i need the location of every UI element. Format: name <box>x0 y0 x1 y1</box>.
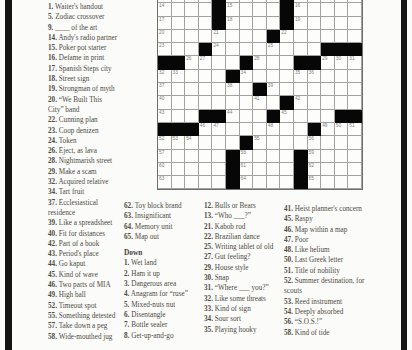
grid-cell[interactable] <box>253 70 267 83</box>
clue-item: 50. Last Greek letter <box>284 255 369 265</box>
grid-cell[interactable] <box>308 83 322 96</box>
clue-item: 42. Part of a book <box>48 239 118 249</box>
grid-cell[interactable] <box>212 83 226 96</box>
clue-number: 19. <box>48 85 57 93</box>
grid-cell[interactable]: 63 <box>158 176 172 189</box>
grid-cell[interactable] <box>212 136 226 149</box>
grid-cell[interactable] <box>240 30 254 43</box>
grid-cell[interactable]: 27 <box>199 56 213 69</box>
grid-cell[interactable] <box>172 96 186 109</box>
grid-cell[interactable]: 48 <box>267 123 281 136</box>
grid-cell[interactable] <box>294 43 308 56</box>
grid-cell[interactable] <box>172 150 186 163</box>
cell-number: 29 <box>322 56 327 61</box>
crossword-grid: 1234567891011121314151617181920212223242… <box>157 0 363 190</box>
clue-item: 8. Get-up-and-go <box>124 331 201 341</box>
grid-cell[interactable] <box>294 123 308 136</box>
grid-cell[interactable]: 28 <box>253 56 267 69</box>
grid-cell[interactable] <box>253 43 267 56</box>
grid-cell[interactable] <box>199 17 213 30</box>
clue-number: 58. <box>284 329 293 337</box>
clue-number: 32. <box>48 178 57 186</box>
grid-cell[interactable]: 57 <box>158 150 172 163</box>
cell-number: 59 <box>309 150 314 155</box>
black-cell <box>348 110 362 123</box>
grid-cell[interactable] <box>212 150 226 163</box>
grid-cell[interactable] <box>280 136 294 149</box>
grid-cell[interactable] <box>253 150 267 163</box>
grid-cell[interactable]: 24 <box>212 43 226 56</box>
grid-cell[interactable] <box>240 110 254 123</box>
clue-number: 4. <box>124 290 129 298</box>
grid-cell[interactable] <box>253 110 267 123</box>
grid-cell[interactable] <box>172 17 186 30</box>
black-cell <box>308 123 322 136</box>
grid-cell[interactable] <box>267 96 281 109</box>
grid-cell[interactable]: 40 <box>158 96 172 109</box>
grid-cell[interactable] <box>267 176 281 189</box>
grid-cell[interactable] <box>280 70 294 83</box>
clue-number: 37. <box>48 199 57 207</box>
grid-cell[interactable]: 46 <box>199 123 213 136</box>
clue-number: 63. <box>124 212 133 220</box>
clue-number: 48. <box>284 246 293 254</box>
grid-cell[interactable] <box>253 3 267 16</box>
grid-cell[interactable] <box>199 30 213 43</box>
clue-number: 65. <box>124 233 133 241</box>
grid-cell[interactable] <box>185 163 199 176</box>
grid-cell[interactable] <box>185 30 199 43</box>
grid-cell[interactable] <box>240 3 254 16</box>
black-cell <box>172 56 186 69</box>
grid-cell[interactable] <box>348 136 362 149</box>
grid-cell[interactable] <box>280 83 294 96</box>
down-clues-col4: 41. Heist planner's concern45. Raspy46. … <box>284 204 369 338</box>
cell-number: 33 <box>173 70 178 75</box>
grid-cell[interactable] <box>294 136 308 149</box>
cell-number: 23 <box>159 43 164 48</box>
grid-cell[interactable] <box>172 43 186 56</box>
grid-cell[interactable]: 50 <box>335 123 349 136</box>
clue-number: 54. <box>284 308 293 316</box>
clue-item: 56. “S.O.S.!” <box>284 317 369 327</box>
clue-number: 26. <box>48 147 57 155</box>
grid-cell[interactable] <box>335 3 349 16</box>
grid-cell[interactable]: 65 <box>308 176 322 189</box>
grid-cell[interactable] <box>335 83 349 96</box>
grid-cell[interactable] <box>348 3 362 16</box>
grid-cell[interactable] <box>185 96 199 109</box>
grid-cell[interactable]: 53 <box>172 136 186 149</box>
grid-cell[interactable] <box>199 163 213 176</box>
grid-cell[interactable] <box>199 136 213 149</box>
grid-cell[interactable] <box>267 56 281 69</box>
grid-cell[interactable] <box>240 83 254 96</box>
grid-cell[interactable] <box>335 96 349 109</box>
grid-cell[interactable] <box>212 70 226 83</box>
clue-number: 40. <box>48 230 57 238</box>
cell-number: 24 <box>213 43 218 48</box>
grid-cell[interactable] <box>280 123 294 136</box>
clue-item: 23. Coop denizen <box>48 126 118 136</box>
clue-item: 63. Insignificant <box>124 211 201 221</box>
grid-cell[interactable] <box>321 150 335 163</box>
cell-number: 43 <box>159 110 164 115</box>
clue-number: 18. <box>48 75 57 83</box>
grid-cell[interactable] <box>308 3 322 16</box>
clue-item: 54. Deeply absorbed <box>284 307 369 317</box>
black-cell <box>158 56 172 69</box>
black-cell <box>280 3 294 16</box>
clue-item: 15. Poker pot starter <box>48 43 118 53</box>
clue-item: 2. Ham it up <box>124 269 201 279</box>
grid-cell[interactable] <box>294 110 308 123</box>
clue-number: 30. <box>204 274 213 282</box>
grid-cell[interactable]: 17 <box>158 17 172 30</box>
grid-cell[interactable] <box>348 96 362 109</box>
cell-number: 58 <box>241 150 246 155</box>
grid-cell[interactable] <box>172 83 186 96</box>
clue-number: 7. <box>124 321 129 329</box>
cell-number: 62 <box>309 163 314 168</box>
grid-cell[interactable] <box>321 96 335 109</box>
clue-item: 12. Bulls or Bears <box>204 201 275 211</box>
clue-item: 5. Zodiac crossover <box>48 12 118 22</box>
grid-cell[interactable] <box>321 176 335 189</box>
grid-cell[interactable] <box>280 176 294 189</box>
clue-item: 45. Raspy <box>284 214 369 224</box>
grid-cell[interactable] <box>348 17 362 30</box>
clue-number: 17. <box>48 65 57 73</box>
black-cell <box>294 150 308 163</box>
grid-cell[interactable] <box>267 3 281 16</box>
grid-cell[interactable] <box>335 17 349 30</box>
clue-item: 16. Defame in print <box>48 53 118 63</box>
grid-cell[interactable] <box>253 163 267 176</box>
grid-cell[interactable] <box>321 17 335 30</box>
grid-cell[interactable] <box>321 163 335 176</box>
grid-cell[interactable] <box>226 43 240 56</box>
grid-cell[interactable] <box>335 150 349 163</box>
clue-number: 20. <box>48 96 57 104</box>
clue-number: 62. <box>124 202 133 210</box>
clue-number: 9. <box>48 24 53 32</box>
grid-cell[interactable] <box>348 83 362 96</box>
clue-number: 35. <box>204 326 213 334</box>
grid-cell[interactable] <box>199 96 213 109</box>
clue-number: 31. <box>204 284 213 292</box>
cell-number: 45 <box>281 110 286 115</box>
black-cell <box>172 123 186 136</box>
black-cell <box>226 163 240 176</box>
grid-cell[interactable]: 21 <box>212 30 226 43</box>
grid-cell[interactable] <box>335 30 349 43</box>
grid-cell[interactable]: 51 <box>348 123 362 136</box>
cell-number: 52 <box>159 136 164 141</box>
grid-cell[interactable] <box>308 43 322 56</box>
black-cell <box>280 96 294 109</box>
cell-number: 56 <box>309 136 314 141</box>
grid-cell[interactable]: 34 <box>240 70 254 83</box>
grid-cell[interactable] <box>240 123 254 136</box>
grid-cell[interactable] <box>308 96 322 109</box>
black-cell <box>226 176 240 189</box>
grid-cell[interactable]: 16 <box>294 3 308 16</box>
clue-column-two: 62. Toy block brand63. Insignificant64. … <box>124 201 201 341</box>
grid-cell[interactable] <box>308 17 322 30</box>
grid-cell[interactable] <box>253 123 267 136</box>
grid-cell[interactable]: 22 <box>280 30 294 43</box>
grid-cell[interactable] <box>185 17 199 30</box>
grid-cell[interactable]: 18 <box>226 17 240 30</box>
grid-cell[interactable] <box>226 30 240 43</box>
black-cell <box>158 123 172 136</box>
cell-number: 14 <box>159 3 164 8</box>
grid-cell[interactable] <box>335 163 349 176</box>
grid-cell[interactable] <box>267 136 281 149</box>
grid-cell[interactable]: 39 <box>267 83 281 96</box>
grid-cell[interactable]: 59 <box>308 150 322 163</box>
grid-cell[interactable]: 19 <box>294 17 308 30</box>
grid-cell[interactable] <box>172 176 186 189</box>
grid-cell[interactable] <box>212 96 226 109</box>
clue-item: 3. Dangerous area <box>124 279 201 289</box>
grid-cell[interactable]: 42 <box>294 96 308 109</box>
cell-number: 16 <box>295 3 300 8</box>
grid-cell[interactable] <box>185 3 199 16</box>
clue-item: 27. Gut feeling? <box>204 252 275 262</box>
clue-item: 25. Writing tablet of old <box>204 242 275 252</box>
grid-cell[interactable] <box>267 163 281 176</box>
grid-cell[interactable]: 33 <box>172 70 186 83</box>
black-cell <box>308 56 322 69</box>
cell-number: 60 <box>159 163 164 168</box>
clue-item: 28. Nightmarish street <box>48 156 118 166</box>
grid-cell[interactable]: 38 <box>226 83 240 96</box>
black-cell <box>240 56 254 69</box>
black-cell <box>199 110 213 123</box>
grid-cell[interactable] <box>240 96 254 109</box>
grid-cell[interactable] <box>267 17 281 30</box>
grid-cell[interactable]: 43 <box>158 110 172 123</box>
grid-cell[interactable] <box>321 83 335 96</box>
grid-cell[interactable] <box>185 83 199 96</box>
grid-cell[interactable]: 56 <box>308 136 322 149</box>
cell-number: 31 <box>349 56 354 61</box>
grid-cell[interactable]: 35 <box>294 70 308 83</box>
clue-item: 46. Two parts of MIA <box>48 280 118 290</box>
grid-cell[interactable] <box>199 70 213 83</box>
grid-cell[interactable]: 49 <box>321 123 335 136</box>
cell-number: 54 <box>186 136 191 141</box>
grid-cell[interactable] <box>280 163 294 176</box>
grid-cell[interactable] <box>199 3 213 16</box>
grid-cell[interactable] <box>294 30 308 43</box>
clue-number: 29. <box>204 264 213 272</box>
clue-item: 52. Timeout spot <box>48 301 118 311</box>
grid-cell[interactable] <box>226 136 240 149</box>
cell-number: 39 <box>268 83 273 88</box>
grid-cell[interactable]: 52 <box>158 136 172 149</box>
grid-cell[interactable] <box>212 163 226 176</box>
grid-cell[interactable]: 29 <box>321 56 335 69</box>
clue-item: 55. Something detested <box>48 311 118 321</box>
grid-cell[interactable]: 14 <box>158 3 172 16</box>
grid-cell[interactable] <box>240 17 254 30</box>
grid-cell[interactable]: 41 <box>253 96 267 109</box>
clue-number: 16. <box>48 54 57 62</box>
grid-cell[interactable]: 55 <box>253 136 267 149</box>
grid-cell[interactable] <box>321 110 335 123</box>
grid-cell[interactable]: 32 <box>158 70 172 83</box>
grid-cell[interactable]: 30 <box>335 56 349 69</box>
grid-cell[interactable]: 54 <box>185 136 199 149</box>
grid-cell[interactable] <box>253 30 267 43</box>
clue-number: 22. <box>204 233 213 241</box>
grid-cell[interactable] <box>185 70 199 83</box>
grid-cell[interactable]: 25 <box>267 43 281 56</box>
clue-item: 62. Toy block brand <box>124 201 201 211</box>
clue-item: 41. Heist planner's concern <box>284 204 369 214</box>
grid-cell[interactable]: 37 <box>158 83 172 96</box>
grid-cell[interactable]: 20 <box>158 30 172 43</box>
grid-cell[interactable] <box>267 70 281 83</box>
grid-cell[interactable] <box>348 163 362 176</box>
left-page-edge <box>5 0 12 350</box>
grid-cell[interactable]: 23 <box>158 43 172 56</box>
grid-cell[interactable]: 64 <box>240 176 254 189</box>
grid-cell[interactable]: 47 <box>212 123 226 136</box>
grid-cell[interactable] <box>253 17 267 30</box>
black-cell <box>212 3 226 16</box>
black-cell <box>321 43 335 56</box>
grid-cell[interactable] <box>348 30 362 43</box>
clue-item: 65. Map out <box>124 232 201 242</box>
cell-number: 40 <box>159 96 164 101</box>
clue-number: 28. <box>48 157 57 165</box>
grid-cell[interactable] <box>348 70 362 83</box>
clue-number: 57. <box>48 322 57 330</box>
across-clues-column: 1. Waiter's handout5. Zodiac crossover9.… <box>48 2 118 342</box>
cell-number: 44 <box>227 110 232 115</box>
clue-number: 58. <box>48 333 57 341</box>
clue-number: 32. <box>204 295 213 303</box>
grid-cell[interactable] <box>185 110 199 123</box>
clue-number: 14. <box>48 34 57 42</box>
grid-cell[interactable] <box>280 43 294 56</box>
grid-cell[interactable] <box>280 56 294 69</box>
clue-item: 44. Go kaput <box>48 259 118 269</box>
cell-number: 32 <box>159 70 164 75</box>
clue-number: 64. <box>124 223 133 231</box>
grid-cell[interactable]: 60 <box>158 163 172 176</box>
clue-number: 53. <box>284 298 293 306</box>
clue-number: 34. <box>204 315 213 323</box>
black-cell <box>212 110 226 123</box>
clue-number: 1. <box>124 259 129 267</box>
grid-cell[interactable]: 44 <box>226 110 240 123</box>
clue-item: 7. Bottle sealer <box>124 320 201 330</box>
grid-cell[interactable] <box>280 150 294 163</box>
grid-cell[interactable] <box>240 43 254 56</box>
grid-cell[interactable] <box>199 176 213 189</box>
grid-cell[interactable]: 62 <box>308 163 322 176</box>
clue-item: 45. Kind of wave <box>48 270 118 280</box>
black-cell <box>348 43 362 56</box>
grid-cell[interactable] <box>172 3 186 16</box>
grid-cell[interactable] <box>199 150 213 163</box>
grid-cell[interactable] <box>335 136 349 149</box>
black-cell <box>226 70 240 83</box>
black-cell <box>280 17 294 30</box>
grid-cell[interactable]: 36 <box>308 70 322 83</box>
clue-number: 33. <box>204 305 213 313</box>
grid-cell[interactable] <box>185 43 199 56</box>
clue-item: 22. Brazilian dance <box>204 232 275 242</box>
black-cell <box>267 110 281 123</box>
grid-cell[interactable] <box>212 56 226 69</box>
grid-cell[interactable] <box>321 3 335 16</box>
grid-cell[interactable]: 15 <box>226 3 240 16</box>
black-cell <box>267 30 281 43</box>
grid-cell[interactable] <box>321 30 335 43</box>
clue-item: 40. Fit for distances <box>48 229 118 239</box>
black-cell <box>294 163 308 176</box>
grid-cell[interactable] <box>172 163 186 176</box>
grid-cell[interactable] <box>308 110 322 123</box>
cell-number: 41 <box>254 96 259 101</box>
clue-number: 23. <box>48 127 57 135</box>
grid-cell[interactable] <box>348 150 362 163</box>
grid-cell[interactable] <box>267 150 281 163</box>
grid-cell[interactable]: 31 <box>348 56 362 69</box>
clue-item: 4. Anagram for “ruse” <box>124 289 201 299</box>
cell-number: 65 <box>309 176 314 181</box>
grid-cell[interactable] <box>348 176 362 189</box>
grid-cell[interactable]: 26 <box>185 56 199 69</box>
clue-item: 29. House style <box>204 263 275 273</box>
clue-item: 46. Map within a map <box>284 225 369 235</box>
cell-number: 21 <box>213 30 218 35</box>
grid-cell[interactable] <box>199 83 213 96</box>
cell-number: 42 <box>295 96 300 101</box>
grid-cell[interactable] <box>308 30 322 43</box>
grid-cell[interactable] <box>335 70 349 83</box>
grid-cell[interactable]: 61 <box>240 163 254 176</box>
grid-cell[interactable] <box>321 136 335 149</box>
grid-cell[interactable] <box>212 176 226 189</box>
grid-cell[interactable] <box>172 110 186 123</box>
grid-cell[interactable] <box>321 70 335 83</box>
grid-cell[interactable]: 45 <box>280 110 294 123</box>
black-cell <box>294 56 308 69</box>
clue-item: 39. Like a spreadsheet <box>48 218 118 228</box>
clue-item: 18. Street sign <box>48 74 118 84</box>
grid-cell[interactable] <box>253 176 267 189</box>
grid-cell[interactable] <box>185 150 199 163</box>
grid-cell[interactable] <box>226 96 240 109</box>
grid-cell[interactable]: 58 <box>240 150 254 163</box>
grid-cell[interactable] <box>185 176 199 189</box>
cell-number: 36 <box>309 70 314 75</box>
grid-cell[interactable] <box>172 30 186 43</box>
clue-item: 1. Waiter's handout <box>48 2 118 12</box>
grid-cell[interactable] <box>226 56 240 69</box>
black-cell <box>226 150 240 163</box>
grid-cell[interactable] <box>226 123 240 136</box>
grid-cell[interactable] <box>294 83 308 96</box>
grid-cell[interactable] <box>335 176 349 189</box>
